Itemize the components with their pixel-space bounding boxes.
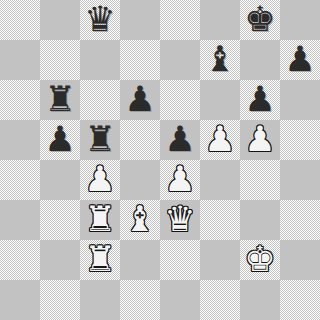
square-c2[interactable]: ♜ [80, 240, 120, 280]
square-d5[interactable] [120, 120, 160, 160]
square-c5[interactable]: ♜ [80, 120, 120, 160]
square-h7[interactable]: ♟ [280, 40, 320, 80]
square-a1[interactable] [0, 280, 40, 320]
square-f3[interactable] [200, 200, 240, 240]
square-a2[interactable] [0, 240, 40, 280]
square-b3[interactable] [40, 200, 80, 240]
black-queen: ♛ [84, 0, 115, 39]
square-g6[interactable]: ♟ [240, 80, 280, 120]
square-a3[interactable] [0, 200, 40, 240]
square-c8[interactable]: ♛ [80, 0, 120, 40]
square-g2[interactable]: ♚ [240, 240, 280, 280]
square-f5[interactable]: ♟ [200, 120, 240, 160]
white-king: ♚ [244, 239, 275, 279]
square-b2[interactable] [40, 240, 80, 280]
square-a4[interactable] [0, 160, 40, 200]
square-f7[interactable]: ♝ [200, 40, 240, 80]
square-g4[interactable] [240, 160, 280, 200]
square-h2[interactable] [280, 240, 320, 280]
square-c3[interactable]: ♜ [80, 200, 120, 240]
square-a7[interactable] [0, 40, 40, 80]
black-rook: ♜ [84, 119, 115, 159]
black-king: ♚ [244, 0, 275, 39]
white-pawn: ♟ [84, 159, 115, 199]
white-pawn: ♟ [204, 119, 235, 159]
square-b4[interactable] [40, 160, 80, 200]
square-h1[interactable] [280, 280, 320, 320]
square-c6[interactable] [80, 80, 120, 120]
square-c1[interactable] [80, 280, 120, 320]
square-h3[interactable] [280, 200, 320, 240]
square-d4[interactable] [120, 160, 160, 200]
square-g3[interactable] [240, 200, 280, 240]
black-pawn: ♟ [284, 39, 315, 79]
square-f4[interactable] [200, 160, 240, 200]
square-a6[interactable] [0, 80, 40, 120]
white-rook: ♜ [84, 199, 115, 239]
white-pawn: ♟ [244, 119, 275, 159]
black-pawn: ♟ [124, 79, 155, 119]
square-c4[interactable]: ♟ [80, 160, 120, 200]
square-f2[interactable] [200, 240, 240, 280]
white-queen: ♛ [164, 199, 195, 239]
square-b8[interactable] [40, 0, 80, 40]
white-pawn: ♟ [164, 159, 195, 199]
square-b1[interactable] [40, 280, 80, 320]
black-pawn: ♟ [44, 119, 75, 159]
square-d3[interactable]: ♝ [120, 200, 160, 240]
square-h6[interactable] [280, 80, 320, 120]
square-e3[interactable]: ♛ [160, 200, 200, 240]
white-rook: ♜ [84, 239, 115, 279]
square-h5[interactable] [280, 120, 320, 160]
square-d7[interactable] [120, 40, 160, 80]
square-e5[interactable]: ♟ [160, 120, 200, 160]
square-b5[interactable]: ♟ [40, 120, 80, 160]
square-f8[interactable] [200, 0, 240, 40]
square-e2[interactable] [160, 240, 200, 280]
square-d2[interactable] [120, 240, 160, 280]
black-rook: ♜ [44, 79, 75, 119]
square-g1[interactable] [240, 280, 280, 320]
chess-board: ♛♚♝♟♜♟♟♟♜♟♟♟♟♟♜♝♛♜♚ [0, 0, 320, 320]
square-d6[interactable]: ♟ [120, 80, 160, 120]
square-g5[interactable]: ♟ [240, 120, 280, 160]
black-pawn: ♟ [244, 79, 275, 119]
square-a5[interactable] [0, 120, 40, 160]
white-bishop: ♝ [124, 199, 155, 239]
square-b6[interactable]: ♜ [40, 80, 80, 120]
square-f6[interactable] [200, 80, 240, 120]
square-g7[interactable] [240, 40, 280, 80]
square-d1[interactable] [120, 280, 160, 320]
black-bishop: ♝ [204, 39, 235, 79]
square-d8[interactable] [120, 0, 160, 40]
black-pawn: ♟ [164, 119, 195, 159]
square-b7[interactable] [40, 40, 80, 80]
square-e6[interactable] [160, 80, 200, 120]
square-c7[interactable] [80, 40, 120, 80]
square-e8[interactable] [160, 0, 200, 40]
square-e4[interactable]: ♟ [160, 160, 200, 200]
square-a8[interactable] [0, 0, 40, 40]
square-g8[interactable]: ♚ [240, 0, 280, 40]
square-h4[interactable] [280, 160, 320, 200]
square-f1[interactable] [200, 280, 240, 320]
square-e1[interactable] [160, 280, 200, 320]
square-h8[interactable] [280, 0, 320, 40]
square-e7[interactable] [160, 40, 200, 80]
